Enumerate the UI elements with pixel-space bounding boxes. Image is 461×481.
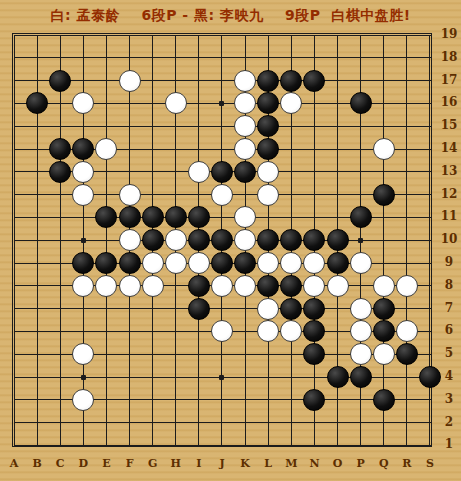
stone-white-J8[interactable] <box>211 275 233 297</box>
stone-white-F17[interactable] <box>119 70 141 92</box>
stone-black-I7[interactable] <box>188 298 210 320</box>
column-label: K <box>236 457 254 470</box>
stone-white-K14[interactable] <box>234 138 256 160</box>
stone-white-H10[interactable] <box>165 229 187 251</box>
column-label: S <box>421 457 439 470</box>
stone-white-P7[interactable] <box>350 298 372 320</box>
row-label: 15 <box>436 118 461 132</box>
stone-white-F8[interactable] <box>119 275 141 297</box>
row-label: 16 <box>436 95 461 109</box>
stone-white-H16[interactable] <box>165 92 187 114</box>
row-label: 19 <box>436 27 461 41</box>
star-point <box>219 375 224 380</box>
stone-black-L8[interactable] <box>257 275 279 297</box>
column-label: B <box>28 457 46 470</box>
column-label: G <box>144 457 162 470</box>
stone-white-K8[interactable] <box>234 275 256 297</box>
stone-white-G9[interactable] <box>142 252 164 274</box>
column-label: D <box>74 457 92 470</box>
row-label: 4 <box>436 369 461 383</box>
column-label: J <box>213 457 231 470</box>
row-label: 17 <box>436 73 461 87</box>
row-label: 7 <box>436 301 461 315</box>
column-label: P <box>352 457 370 470</box>
column-label: M <box>282 457 300 470</box>
stone-white-F12[interactable] <box>119 184 141 206</box>
stone-black-F9[interactable] <box>119 252 141 274</box>
column-label: Q <box>375 457 393 470</box>
column-label: H <box>167 457 185 470</box>
column-label: O <box>329 457 347 470</box>
row-label: 10 <box>436 232 461 246</box>
stone-black-C13[interactable] <box>49 161 71 183</box>
stone-black-O9[interactable] <box>327 252 349 274</box>
row-label: 2 <box>436 415 461 429</box>
stone-white-L12[interactable] <box>257 184 279 206</box>
column-label: E <box>97 457 115 470</box>
stone-black-L17[interactable] <box>257 70 279 92</box>
stone-white-L7[interactable] <box>257 298 279 320</box>
stone-black-J10[interactable] <box>211 229 233 251</box>
row-label: 1 <box>436 437 461 451</box>
stone-white-H9[interactable] <box>165 252 187 274</box>
row-label: 14 <box>436 141 461 155</box>
stone-black-O4[interactable] <box>327 366 349 388</box>
row-label: 18 <box>436 50 461 64</box>
stone-black-P4[interactable] <box>350 366 372 388</box>
star-point <box>358 238 363 243</box>
go-board[interactable]: ABCDEFGHIJKLMNOPQRS191817161514131211109… <box>0 0 461 481</box>
stone-white-Q5[interactable] <box>373 343 395 365</box>
row-label: 9 <box>436 255 461 269</box>
stone-white-Q8[interactable] <box>373 275 395 297</box>
row-label: 12 <box>436 187 461 201</box>
stone-white-D3[interactable] <box>72 389 94 411</box>
stone-white-G8[interactable] <box>142 275 164 297</box>
stone-black-M7[interactable] <box>280 298 302 320</box>
stone-black-J9[interactable] <box>211 252 233 274</box>
column-label: R <box>398 457 416 470</box>
stone-black-J13[interactable] <box>211 161 233 183</box>
stone-white-L13[interactable] <box>257 161 279 183</box>
stone-black-K9[interactable] <box>234 252 256 274</box>
stone-black-O10[interactable] <box>327 229 349 251</box>
star-point <box>81 375 86 380</box>
stone-black-G10[interactable] <box>142 229 164 251</box>
stone-black-Q7[interactable] <box>373 298 395 320</box>
stone-black-I8[interactable] <box>188 275 210 297</box>
stone-black-K13[interactable] <box>234 161 256 183</box>
stone-white-D12[interactable] <box>72 184 94 206</box>
row-label: 6 <box>436 323 461 337</box>
column-label: A <box>5 457 23 470</box>
stone-black-F11[interactable] <box>119 206 141 228</box>
column-label: F <box>121 457 139 470</box>
stone-black-Q3[interactable] <box>373 389 395 411</box>
stone-black-I10[interactable] <box>188 229 210 251</box>
stone-black-M17[interactable] <box>280 70 302 92</box>
column-label: N <box>305 457 323 470</box>
go-app-window: 白: 孟泰龄 6段P - 黑: 李映九 9段P 白棋中盘胜! ABCDEFGHI… <box>0 0 461 481</box>
stone-black-P11[interactable] <box>350 206 372 228</box>
stone-black-Q6[interactable] <box>373 320 395 342</box>
row-label: 3 <box>436 392 461 406</box>
stone-white-P6[interactable] <box>350 320 372 342</box>
stone-black-M8[interactable] <box>280 275 302 297</box>
stone-white-K17[interactable] <box>234 70 256 92</box>
stone-black-Q12[interactable] <box>373 184 395 206</box>
row-label: 5 <box>436 346 461 360</box>
stone-white-I9[interactable] <box>188 252 210 274</box>
row-label: 11 <box>436 209 461 223</box>
stone-white-O8[interactable] <box>327 275 349 297</box>
stone-black-G11[interactable] <box>142 206 164 228</box>
stone-white-P9[interactable] <box>350 252 372 274</box>
stone-white-Q14[interactable] <box>373 138 395 160</box>
stone-white-P5[interactable] <box>350 343 372 365</box>
stone-white-F10[interactable] <box>119 229 141 251</box>
stone-white-I13[interactable] <box>188 161 210 183</box>
column-label: C <box>51 457 69 470</box>
stone-black-H11[interactable] <box>165 206 187 228</box>
stone-white-D8[interactable] <box>72 275 94 297</box>
stone-white-J12[interactable] <box>211 184 233 206</box>
star-point <box>219 101 224 106</box>
stone-black-C17[interactable] <box>49 70 71 92</box>
row-label: 13 <box>436 164 461 178</box>
star-point <box>81 238 86 243</box>
column-label: I <box>190 457 208 470</box>
stone-black-R5[interactable] <box>396 343 418 365</box>
stone-black-N7[interactable] <box>303 298 325 320</box>
stone-black-P16[interactable] <box>350 92 372 114</box>
row-label: 8 <box>436 278 461 292</box>
stone-white-D13[interactable] <box>72 161 94 183</box>
column-label: L <box>259 457 277 470</box>
stone-white-R8[interactable] <box>396 275 418 297</box>
stone-black-N17[interactable] <box>303 70 325 92</box>
